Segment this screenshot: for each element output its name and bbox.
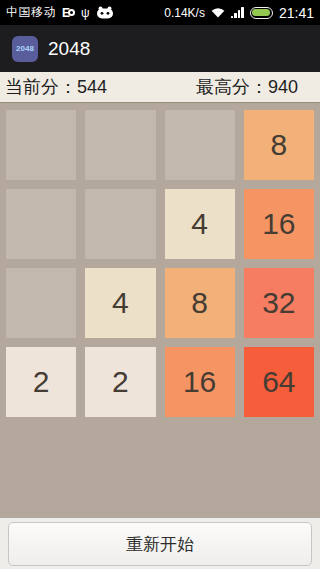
status-bar-right: 0.14K/s 21:41 bbox=[164, 5, 314, 21]
status-bar: 中国移动 E ψ 0.14K/s bbox=[0, 0, 320, 25]
android-robot-icon bbox=[96, 6, 114, 19]
board-cell-r1c4: 8 bbox=[244, 110, 314, 180]
restart-button[interactable]: 重新开始 bbox=[8, 522, 312, 566]
board-cell-r4c2: 2 bbox=[85, 347, 155, 417]
board-cell-r2c2 bbox=[85, 189, 155, 259]
board-cell-r1c3 bbox=[165, 110, 235, 180]
board-cell-r4c3: 16 bbox=[165, 347, 235, 417]
network-speed-label: 0.14K/s bbox=[164, 6, 205, 20]
usb-icon: ψ bbox=[81, 7, 90, 19]
board-grid: 8 4 16 4 8 32 2 2 16 64 bbox=[6, 110, 314, 417]
carrier-label: 中国移动 bbox=[6, 4, 56, 21]
score-bar: 当前分：544 最高分：940 bbox=[0, 72, 320, 103]
board-cell-r2c4: 16 bbox=[244, 189, 314, 259]
board-cell-r2c3: 4 bbox=[165, 189, 235, 259]
board-cell-r3c4: 32 bbox=[244, 268, 314, 338]
board-cell-r1c2 bbox=[85, 110, 155, 180]
clock-label: 21:41 bbox=[279, 5, 314, 21]
board-cell-r3c3: 8 bbox=[165, 268, 235, 338]
board-cell-r3c1 bbox=[6, 268, 76, 338]
board-cell-r2c1 bbox=[6, 189, 76, 259]
app-icon: 2048 bbox=[12, 36, 38, 62]
current-score-label: 当前分：544 bbox=[5, 75, 107, 99]
signal-strength-icon bbox=[231, 7, 244, 18]
title-bar: 2048 2048 bbox=[0, 25, 320, 72]
board-cell-r4c4: 64 bbox=[244, 347, 314, 417]
board-cell-r4c1: 2 bbox=[6, 347, 76, 417]
page-title: 2048 bbox=[48, 38, 90, 60]
phone-screen: 中国移动 E ψ 0.14K/s bbox=[0, 0, 320, 569]
best-score-label: 最高分：940 bbox=[196, 75, 298, 99]
battery-fill bbox=[252, 9, 270, 16]
wifi-icon bbox=[211, 7, 225, 18]
board-cell-r3c2: 4 bbox=[85, 268, 155, 338]
board-cell-r1c1 bbox=[6, 110, 76, 180]
network-type-icon: E bbox=[62, 6, 75, 20]
battery-icon bbox=[250, 7, 273, 19]
bottom-bar: 重新开始 bbox=[0, 518, 320, 569]
game-board[interactable]: 8 4 16 4 8 32 2 2 16 64 bbox=[0, 103, 320, 518]
